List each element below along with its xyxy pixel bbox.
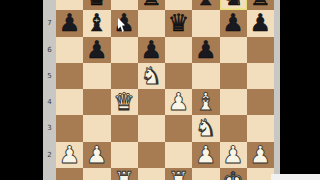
square-b5[interactable]	[83, 63, 110, 89]
piece-white-king: ♚	[222, 168, 244, 180]
square-a1[interactable]	[56, 168, 83, 180]
square-b4[interactable]	[83, 89, 110, 115]
piece-white-rook: ♜	[168, 168, 190, 180]
square-h3[interactable]	[247, 115, 274, 141]
square-b6[interactable]: ♟	[83, 37, 110, 63]
square-g6[interactable]	[220, 37, 247, 63]
square-d1[interactable]	[138, 168, 165, 180]
piece-black-pawn: ♟	[113, 10, 135, 36]
square-f1[interactable]	[192, 168, 219, 180]
square-g4[interactable]	[220, 89, 247, 115]
piece-white-bishop: ♝	[195, 89, 217, 115]
square-b7[interactable]: ♝	[83, 10, 110, 36]
square-c5[interactable]	[111, 63, 138, 89]
piece-white-knight: ♞	[141, 63, 163, 89]
square-b2[interactable]: ♟	[83, 142, 110, 168]
piece-white-pawn: ♟	[86, 142, 108, 168]
square-e6[interactable]	[165, 37, 192, 63]
square-c6[interactable]	[111, 37, 138, 63]
square-g1[interactable]: ♚	[220, 168, 247, 180]
piece-black-pawn: ♟	[195, 37, 217, 63]
rank-label-5: 5	[43, 72, 56, 80]
piece-black-pawn: ♟	[141, 37, 163, 63]
square-d8[interactable]: ♜	[138, 0, 165, 10]
square-h6[interactable]	[247, 37, 274, 63]
square-g3[interactable]	[220, 115, 247, 141]
square-h4[interactable]	[247, 89, 274, 115]
square-a3[interactable]	[56, 115, 83, 141]
square-f4[interactable]: ♝	[192, 89, 219, 115]
rank-label-4: 4	[43, 98, 56, 106]
square-f6[interactable]: ♟	[192, 37, 219, 63]
square-h7[interactable]: ♟	[247, 10, 274, 36]
square-c7[interactable]: ♟	[111, 10, 138, 36]
video-frame: 765432 ♚♜♝♞♜♟♝♟♛♟♟♟♟♟♞♛♟♝♞♟♟♟♟♟♜♜♚	[0, 0, 320, 180]
piece-white-pawn: ♟	[59, 142, 81, 168]
square-d4[interactable]	[138, 89, 165, 115]
square-c1[interactable]: ♜	[111, 168, 138, 180]
square-h1[interactable]	[247, 168, 274, 180]
square-b3[interactable]	[83, 115, 110, 141]
square-f5[interactable]	[192, 63, 219, 89]
piece-white-pawn: ♟	[250, 142, 272, 168]
piece-black-queen: ♛	[168, 10, 190, 36]
square-g5[interactable]	[220, 63, 247, 89]
piece-black-pawn: ♟	[59, 10, 81, 36]
square-d3[interactable]	[138, 115, 165, 141]
rank-label-7: 7	[43, 19, 56, 27]
square-e7[interactable]: ♛	[165, 10, 192, 36]
square-d5[interactable]: ♞	[138, 63, 165, 89]
square-f8[interactable]: ♝	[192, 0, 219, 10]
square-a2[interactable]: ♟	[56, 142, 83, 168]
piece-white-pawn: ♟	[222, 142, 244, 168]
square-h5[interactable]	[247, 63, 274, 89]
square-c3[interactable]	[111, 115, 138, 141]
square-e3[interactable]	[165, 115, 192, 141]
square-e1[interactable]: ♜	[165, 168, 192, 180]
piece-black-rook: ♜	[141, 0, 163, 10]
square-b1[interactable]	[83, 168, 110, 180]
square-d2[interactable]	[138, 142, 165, 168]
rank-label-3: 3	[43, 124, 56, 132]
chess-board: ♚♜♝♞♜♟♝♟♛♟♟♟♟♟♞♛♟♝♞♟♟♟♟♟♜♜♚	[56, 0, 274, 180]
square-a4[interactable]	[56, 89, 83, 115]
piece-black-bishop: ♝	[86, 10, 108, 36]
square-a6[interactable]	[56, 37, 83, 63]
piece-white-pawn: ♟	[168, 89, 190, 115]
piece-white-queen: ♛	[113, 89, 135, 115]
square-h2[interactable]: ♟	[247, 142, 274, 168]
rank-label-gutter-left: 765432	[43, 0, 56, 180]
square-e2[interactable]	[165, 142, 192, 168]
letterbox-corner	[271, 174, 320, 180]
piece-black-pawn: ♟	[86, 37, 108, 63]
square-f3[interactable]: ♞	[192, 115, 219, 141]
square-e5[interactable]	[165, 63, 192, 89]
square-e4[interactable]: ♟	[165, 89, 192, 115]
square-g2[interactable]: ♟	[220, 142, 247, 168]
piece-black-pawn: ♟	[250, 10, 272, 36]
rank-label-6: 6	[43, 46, 56, 54]
piece-black-bishop: ♝	[195, 0, 217, 10]
piece-white-rook: ♜	[113, 168, 135, 180]
board-gutter-right	[274, 0, 280, 180]
square-c2[interactable]	[111, 142, 138, 168]
square-a7[interactable]: ♟	[56, 10, 83, 36]
piece-black-pawn: ♟	[222, 10, 244, 36]
square-f7[interactable]	[192, 10, 219, 36]
square-d7[interactable]	[138, 10, 165, 36]
piece-white-pawn: ♟	[195, 142, 217, 168]
square-c4[interactable]: ♛	[111, 89, 138, 115]
square-d6[interactable]: ♟	[138, 37, 165, 63]
square-f2[interactable]: ♟	[192, 142, 219, 168]
piece-white-knight: ♞	[195, 115, 217, 141]
square-g7[interactable]: ♟	[220, 10, 247, 36]
square-a5[interactable]	[56, 63, 83, 89]
rank-label-2: 2	[43, 151, 56, 159]
